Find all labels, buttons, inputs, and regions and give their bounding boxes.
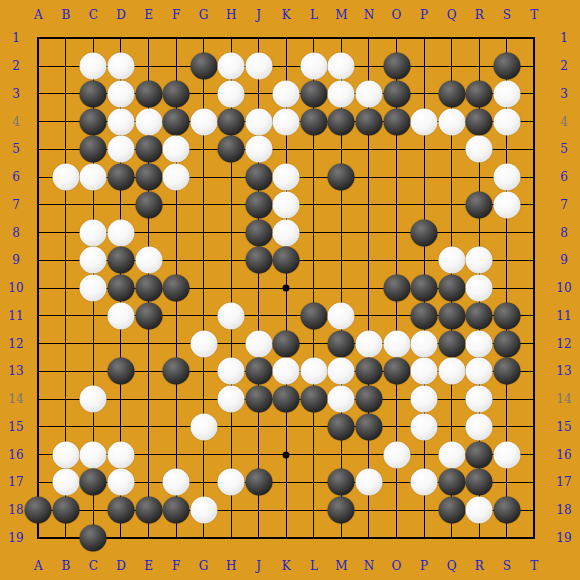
stone-white-R9[interactable] [466, 247, 493, 274]
column-label-bottom-S: S [503, 560, 511, 572]
stone-black-J8[interactable] [245, 219, 272, 246]
stone-black-P10[interactable] [411, 275, 438, 302]
row-label-right-19: 19 [556, 532, 571, 544]
stone-black-C17[interactable] [80, 469, 107, 496]
stone-white-L13[interactable] [300, 358, 327, 385]
column-label-top-G: G [199, 9, 209, 21]
stone-white-S4[interactable] [493, 108, 520, 135]
stone-black-D13[interactable] [107, 358, 134, 385]
stone-black-L11[interactable] [300, 302, 327, 329]
column-label-bottom-O: O [392, 560, 402, 572]
row-label-right-14: 14 [556, 393, 571, 405]
stone-black-D10[interactable] [107, 275, 134, 302]
stone-white-F17[interactable] [163, 469, 190, 496]
column-label-bottom-A: A [34, 560, 43, 572]
stone-black-F3[interactable] [163, 80, 190, 107]
column-label-top-T: T [530, 9, 538, 21]
column-label-bottom-M: M [335, 560, 347, 572]
grid-hline-19 [37, 537, 535, 539]
stone-white-K4[interactable] [273, 108, 300, 135]
stone-black-E5[interactable] [135, 136, 162, 163]
stone-black-M12[interactable] [328, 330, 355, 357]
stone-black-O3[interactable] [383, 80, 410, 107]
stone-black-S18[interactable] [493, 497, 520, 524]
stone-white-D3[interactable] [107, 80, 134, 107]
stone-black-D9[interactable] [107, 247, 134, 274]
stone-black-F13[interactable] [163, 358, 190, 385]
stone-black-Q10[interactable] [438, 275, 465, 302]
column-label-bottom-B: B [61, 560, 70, 572]
row-label-left-6: 6 [12, 171, 20, 183]
stone-white-E9[interactable] [135, 247, 162, 274]
column-label-top-D: D [116, 9, 126, 21]
stone-black-O10[interactable] [383, 275, 410, 302]
stone-black-E3[interactable] [135, 80, 162, 107]
stone-black-C3[interactable] [80, 80, 107, 107]
stone-white-D5[interactable] [107, 136, 134, 163]
column-label-top-M: M [335, 9, 347, 21]
stone-black-E18[interactable] [135, 497, 162, 524]
row-label-right-15: 15 [556, 421, 571, 433]
row-label-right-18: 18 [556, 504, 571, 516]
row-label-left-14: 14 [8, 393, 23, 405]
row-label-right-11: 11 [556, 310, 571, 322]
stone-white-G12[interactable] [190, 330, 217, 357]
row-label-left-15: 15 [8, 421, 23, 433]
stone-black-P11[interactable] [411, 302, 438, 329]
stone-black-O4[interactable] [383, 108, 410, 135]
stone-white-C6[interactable] [80, 164, 107, 191]
stone-white-B16[interactable] [52, 441, 79, 468]
stone-white-L2[interactable] [300, 53, 327, 80]
stone-black-S13[interactable] [493, 358, 520, 385]
stone-white-M14[interactable] [328, 386, 355, 413]
stone-white-H17[interactable] [218, 469, 245, 496]
stone-white-D16[interactable] [107, 441, 134, 468]
column-label-bottom-J: J [256, 560, 261, 572]
column-label-top-A: A [34, 9, 43, 21]
stone-white-K8[interactable] [273, 219, 300, 246]
stone-black-O13[interactable] [383, 358, 410, 385]
stone-white-M13[interactable] [328, 358, 355, 385]
stone-black-E7[interactable] [135, 191, 162, 218]
stone-white-B6[interactable] [52, 164, 79, 191]
stone-white-Q16[interactable] [438, 441, 465, 468]
row-label-left-18: 18 [8, 504, 23, 516]
stone-black-E11[interactable] [135, 302, 162, 329]
stone-white-G15[interactable] [190, 413, 217, 440]
stone-black-N4[interactable] [355, 108, 382, 135]
column-label-bottom-L: L [310, 560, 318, 572]
stone-white-D17[interactable] [107, 469, 134, 496]
row-label-right-12: 12 [556, 338, 571, 350]
stone-white-M3[interactable] [328, 80, 355, 107]
stone-white-R5[interactable] [466, 136, 493, 163]
column-label-bottom-D: D [116, 560, 126, 572]
stone-white-G4[interactable] [190, 108, 217, 135]
stone-black-N13[interactable] [355, 358, 382, 385]
stone-black-L3[interactable] [300, 80, 327, 107]
stone-white-D2[interactable] [107, 53, 134, 80]
stone-white-M11[interactable] [328, 302, 355, 329]
row-label-right-13: 13 [556, 365, 571, 377]
stone-black-J7[interactable] [245, 191, 272, 218]
stone-black-M17[interactable] [328, 469, 355, 496]
stone-black-L14[interactable] [300, 386, 327, 413]
row-label-left-7: 7 [12, 199, 20, 211]
stone-white-K7[interactable] [273, 191, 300, 218]
stone-white-E4[interactable] [135, 108, 162, 135]
stone-white-P15[interactable] [411, 413, 438, 440]
column-label-top-C: C [89, 9, 98, 21]
stone-black-N15[interactable] [355, 413, 382, 440]
stone-white-M2[interactable] [328, 53, 355, 80]
stone-white-H13[interactable] [218, 358, 245, 385]
stone-white-H14[interactable] [218, 386, 245, 413]
row-label-right-4: 4 [560, 116, 568, 128]
stone-black-O2[interactable] [383, 53, 410, 80]
column-label-top-Q: Q [447, 9, 457, 21]
stone-black-R16[interactable] [466, 441, 493, 468]
row-label-left-3: 3 [12, 88, 20, 100]
row-label-left-9: 9 [12, 254, 20, 266]
stone-black-J17[interactable] [245, 469, 272, 496]
column-label-top-B: B [61, 9, 70, 21]
row-label-left-8: 8 [12, 227, 20, 239]
column-label-top-E: E [144, 9, 153, 21]
stone-black-C4[interactable] [80, 108, 107, 135]
stone-white-D8[interactable] [107, 219, 134, 246]
stone-white-R12[interactable] [466, 330, 493, 357]
stone-black-R4[interactable] [466, 108, 493, 135]
stone-white-P12[interactable] [411, 330, 438, 357]
row-label-right-10: 10 [556, 282, 571, 294]
row-label-left-12: 12 [8, 338, 23, 350]
row-label-left-11: 11 [8, 310, 23, 322]
stone-black-Q17[interactable] [438, 469, 465, 496]
stone-black-H4[interactable] [218, 108, 245, 135]
column-label-top-O: O [392, 9, 402, 21]
stone-white-C14[interactable] [80, 386, 107, 413]
stone-black-R11[interactable] [466, 302, 493, 329]
stone-white-D4[interactable] [107, 108, 134, 135]
stone-white-Q9[interactable] [438, 247, 465, 274]
stone-white-J4[interactable] [245, 108, 272, 135]
grid-hline-15 [37, 426, 535, 427]
stone-white-S6[interactable] [493, 164, 520, 191]
column-label-top-J: J [256, 9, 261, 21]
column-label-top-L: L [310, 9, 318, 21]
column-label-bottom-G: G [199, 560, 209, 572]
row-label-left-10: 10 [8, 282, 23, 294]
row-label-left-4: 4 [12, 116, 20, 128]
stone-white-Q4[interactable] [438, 108, 465, 135]
stone-white-S16[interactable] [493, 441, 520, 468]
stone-black-S12[interactable] [493, 330, 520, 357]
row-label-left-13: 13 [8, 365, 23, 377]
row-label-right-7: 7 [560, 199, 568, 211]
stone-white-K13[interactable] [273, 358, 300, 385]
stone-white-O12[interactable] [383, 330, 410, 357]
stone-white-P4[interactable] [411, 108, 438, 135]
stone-white-C10[interactable] [80, 275, 107, 302]
column-label-bottom-F: F [172, 560, 180, 572]
row-label-left-5: 5 [12, 143, 20, 155]
stone-white-C16[interactable] [80, 441, 107, 468]
row-label-right-3: 3 [560, 88, 568, 100]
go-board[interactable]: AABBCCDDEEFFGGHHJJKKLLMMNNOOPPQQRRSSTT11… [0, 0, 580, 580]
stone-white-P13[interactable] [411, 358, 438, 385]
stone-white-J2[interactable] [245, 53, 272, 80]
stone-black-K14[interactable] [273, 386, 300, 413]
column-label-bottom-K: K [282, 560, 291, 572]
stone-black-Q12[interactable] [438, 330, 465, 357]
stone-white-B17[interactable] [52, 469, 79, 496]
stone-black-S11[interactable] [493, 302, 520, 329]
stone-black-Q3[interactable] [438, 80, 465, 107]
column-label-bottom-R: R [475, 560, 484, 572]
stone-black-K9[interactable] [273, 247, 300, 274]
stone-white-H3[interactable] [218, 80, 245, 107]
column-label-top-N: N [364, 9, 375, 21]
stone-white-K6[interactable] [273, 164, 300, 191]
star-point-K10 [283, 285, 290, 292]
stone-black-F4[interactable] [163, 108, 190, 135]
column-label-bottom-C: C [89, 560, 98, 572]
row-label-left-19: 19 [8, 532, 23, 544]
row-label-left-1: 1 [12, 32, 20, 44]
stone-black-J6[interactable] [245, 164, 272, 191]
row-label-right-17: 17 [556, 476, 571, 488]
stone-white-S3[interactable] [493, 80, 520, 107]
stone-black-P8[interactable] [411, 219, 438, 246]
stone-white-H2[interactable] [218, 53, 245, 80]
stone-white-O16[interactable] [383, 441, 410, 468]
stone-white-H11[interactable] [218, 302, 245, 329]
stone-black-B18[interactable] [52, 497, 79, 524]
stone-black-H5[interactable] [218, 136, 245, 163]
stone-black-R3[interactable] [466, 80, 493, 107]
stone-white-C8[interactable] [80, 219, 107, 246]
stone-white-P17[interactable] [411, 469, 438, 496]
stone-black-J13[interactable] [245, 358, 272, 385]
stone-black-J14[interactable] [245, 386, 272, 413]
stone-white-R10[interactable] [466, 275, 493, 302]
column-label-bottom-Q: Q [447, 560, 457, 572]
row-label-left-16: 16 [8, 449, 23, 461]
stone-black-D6[interactable] [107, 164, 134, 191]
stone-white-N12[interactable] [355, 330, 382, 357]
row-label-right-6: 6 [560, 171, 568, 183]
stone-black-C5[interactable] [80, 136, 107, 163]
stone-white-C2[interactable] [80, 53, 107, 80]
column-label-bottom-N: N [364, 560, 375, 572]
stone-black-E6[interactable] [135, 164, 162, 191]
stone-white-K3[interactable] [273, 80, 300, 107]
stone-black-L4[interactable] [300, 108, 327, 135]
stone-white-R18[interactable] [466, 497, 493, 524]
row-label-right-2: 2 [560, 60, 568, 72]
row-label-right-1: 1 [560, 32, 568, 44]
stone-black-E10[interactable] [135, 275, 162, 302]
stone-black-J9[interactable] [245, 247, 272, 274]
stone-white-R13[interactable] [466, 358, 493, 385]
column-label-bottom-T: T [530, 560, 538, 572]
stone-black-R17[interactable] [466, 469, 493, 496]
stone-black-A18[interactable] [25, 497, 52, 524]
row-label-right-8: 8 [560, 227, 568, 239]
stone-white-D11[interactable] [107, 302, 134, 329]
stone-white-Q13[interactable] [438, 358, 465, 385]
stone-black-F18[interactable] [163, 497, 190, 524]
row-label-right-9: 9 [560, 254, 568, 266]
stone-black-Q11[interactable] [438, 302, 465, 329]
stone-black-N14[interactable] [355, 386, 382, 413]
stone-black-M4[interactable] [328, 108, 355, 135]
stone-white-G18[interactable] [190, 497, 217, 524]
stone-black-S2[interactable] [493, 53, 520, 80]
column-label-top-K: K [282, 9, 291, 21]
stone-black-D18[interactable] [107, 497, 134, 524]
row-label-right-16: 16 [556, 449, 571, 461]
column-label-bottom-P: P [420, 560, 428, 572]
column-label-top-H: H [226, 9, 236, 21]
column-label-top-S: S [503, 9, 511, 21]
stone-white-J12[interactable] [245, 330, 272, 357]
stone-white-F5[interactable] [163, 136, 190, 163]
stone-white-N17[interactable] [355, 469, 382, 496]
stone-black-Q18[interactable] [438, 497, 465, 524]
grid-vline-T [533, 37, 535, 539]
stone-black-C19[interactable] [80, 524, 107, 551]
column-label-top-R: R [475, 9, 484, 21]
row-label-right-5: 5 [560, 143, 568, 155]
stone-black-F10[interactable] [163, 275, 190, 302]
column-label-top-P: P [420, 9, 428, 21]
row-label-left-17: 17 [8, 476, 23, 488]
row-label-left-2: 2 [12, 60, 20, 72]
stone-white-F6[interactable] [163, 164, 190, 191]
column-label-bottom-E: E [144, 560, 153, 572]
stone-black-M15[interactable] [328, 413, 355, 440]
stone-black-K12[interactable] [273, 330, 300, 357]
column-label-bottom-H: H [226, 560, 236, 572]
stone-black-R7[interactable] [466, 191, 493, 218]
star-point-K16 [283, 451, 290, 458]
stone-white-N3[interactable] [355, 80, 382, 107]
stone-black-M18[interactable] [328, 497, 355, 524]
stone-black-M6[interactable] [328, 164, 355, 191]
stone-white-P14[interactable] [411, 386, 438, 413]
stone-white-S7[interactable] [493, 191, 520, 218]
column-label-top-F: F [172, 9, 180, 21]
stone-black-G2[interactable] [190, 53, 217, 80]
stone-white-R14[interactable] [466, 386, 493, 413]
stone-white-C9[interactable] [80, 247, 107, 274]
stone-white-R15[interactable] [466, 413, 493, 440]
stone-white-J5[interactable] [245, 136, 272, 163]
